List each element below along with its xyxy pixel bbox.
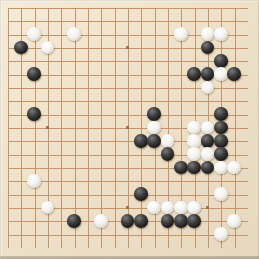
intersection-2-13[interactable]: [14, 161, 27, 174]
intersection-7-11[interactable]: [81, 134, 94, 147]
intersection-11-8[interactable]: [134, 94, 147, 107]
intersection-16-14[interactable]: [201, 174, 214, 187]
intersection-3-6[interactable]: [27, 67, 40, 80]
intersection-5-13[interactable]: [54, 161, 67, 174]
intersection-6-12[interactable]: [67, 147, 80, 160]
intersection-11-7[interactable]: [134, 81, 147, 94]
intersection-14-1[interactable]: [174, 1, 187, 14]
intersection-4-3[interactable]: [41, 27, 54, 40]
intersection-4-14[interactable]: [41, 174, 54, 187]
intersection-6-6[interactable]: [67, 67, 80, 80]
intersection-15-8[interactable]: [187, 94, 200, 107]
intersection-18-4[interactable]: [227, 41, 240, 54]
intersection-17-2[interactable]: [214, 14, 227, 27]
intersection-11-6[interactable]: [134, 67, 147, 80]
intersection-3-19[interactable]: [27, 241, 40, 254]
intersection-13-12[interactable]: [161, 147, 174, 160]
intersection-7-18[interactable]: [81, 227, 94, 240]
intersection-5-4[interactable]: [54, 41, 67, 54]
intersection-18-3[interactable]: [227, 27, 240, 40]
intersection-18-18[interactable]: [227, 227, 240, 240]
intersection-14-4[interactable]: [174, 41, 187, 54]
intersection-12-2[interactable]: [147, 14, 160, 27]
intersection-6-10[interactable]: [67, 121, 80, 134]
intersection-19-3[interactable]: [241, 27, 254, 40]
intersection-16-7[interactable]: [201, 81, 214, 94]
intersection-12-6[interactable]: [147, 67, 160, 80]
intersection-1-2[interactable]: [1, 14, 14, 27]
intersection-5-11[interactable]: [54, 134, 67, 147]
intersection-18-14[interactable]: [227, 174, 240, 187]
intersection-2-8[interactable]: [14, 94, 27, 107]
intersection-8-4[interactable]: [94, 41, 107, 54]
intersection-13-9[interactable]: [161, 107, 174, 120]
intersection-19-4[interactable]: [241, 41, 254, 54]
intersection-3-3[interactable]: [27, 27, 40, 40]
intersection-16-5[interactable]: [201, 54, 214, 67]
intersection-5-19[interactable]: [54, 241, 67, 254]
intersection-10-3[interactable]: [121, 27, 134, 40]
intersection-11-11[interactable]: [134, 134, 147, 147]
intersection-1-9[interactable]: [1, 107, 14, 120]
intersection-2-16[interactable]: [14, 201, 27, 214]
intersection-7-12[interactable]: [81, 147, 94, 160]
intersection-11-9[interactable]: [134, 107, 147, 120]
intersection-2-7[interactable]: [14, 81, 27, 94]
intersection-14-17[interactable]: [174, 214, 187, 227]
intersection-3-11[interactable]: [27, 134, 40, 147]
intersection-14-19[interactable]: [174, 241, 187, 254]
intersection-10-17[interactable]: [121, 214, 134, 227]
intersection-4-13[interactable]: [41, 161, 54, 174]
intersection-16-16[interactable]: [201, 201, 214, 214]
intersection-15-12[interactable]: [187, 147, 200, 160]
intersection-19-7[interactable]: [241, 81, 254, 94]
intersection-18-5[interactable]: [227, 54, 240, 67]
intersection-14-12[interactable]: [174, 147, 187, 160]
intersection-13-3[interactable]: [161, 27, 174, 40]
intersection-19-10[interactable]: [241, 121, 254, 134]
intersection-9-15[interactable]: [107, 187, 120, 200]
intersection-5-14[interactable]: [54, 174, 67, 187]
intersection-4-19[interactable]: [41, 241, 54, 254]
intersection-16-13[interactable]: [201, 161, 214, 174]
intersection-7-3[interactable]: [81, 27, 94, 40]
intersection-18-6[interactable]: [227, 67, 240, 80]
intersection-7-9[interactable]: [81, 107, 94, 120]
intersection-19-18[interactable]: [241, 227, 254, 240]
intersection-11-19[interactable]: [134, 241, 147, 254]
intersection-19-13[interactable]: [241, 161, 254, 174]
intersection-9-16[interactable]: [107, 201, 120, 214]
intersection-4-6[interactable]: [41, 67, 54, 80]
intersection-17-5[interactable]: [214, 54, 227, 67]
intersection-19-8[interactable]: [241, 94, 254, 107]
intersection-18-15[interactable]: [227, 187, 240, 200]
intersection-7-10[interactable]: [81, 121, 94, 134]
intersection-13-18[interactable]: [161, 227, 174, 240]
intersection-17-7[interactable]: [214, 81, 227, 94]
intersection-4-5[interactable]: [41, 54, 54, 67]
intersection-9-14[interactable]: [107, 174, 120, 187]
intersection-1-6[interactable]: [1, 67, 14, 80]
intersection-7-5[interactable]: [81, 54, 94, 67]
intersection-9-7[interactable]: [107, 81, 120, 94]
intersection-2-2[interactable]: [14, 14, 27, 27]
intersection-7-8[interactable]: [81, 94, 94, 107]
intersection-3-13[interactable]: [27, 161, 40, 174]
intersection-8-14[interactable]: [94, 174, 107, 187]
intersection-4-1[interactable]: [41, 1, 54, 14]
intersection-3-12[interactable]: [27, 147, 40, 160]
intersection-8-19[interactable]: [94, 241, 107, 254]
intersection-17-13[interactable]: [214, 161, 227, 174]
intersection-9-12[interactable]: [107, 147, 120, 160]
intersection-15-4[interactable]: [187, 41, 200, 54]
intersection-15-3[interactable]: [187, 27, 200, 40]
intersection-7-7[interactable]: [81, 81, 94, 94]
intersection-11-18[interactable]: [134, 227, 147, 240]
intersection-1-18[interactable]: [1, 227, 14, 240]
intersection-12-19[interactable]: [147, 241, 160, 254]
intersection-6-13[interactable]: [67, 161, 80, 174]
intersection-15-1[interactable]: [187, 1, 200, 14]
intersection-19-16[interactable]: [241, 201, 254, 214]
intersection-14-2[interactable]: [174, 14, 187, 27]
intersection-16-19[interactable]: [201, 241, 214, 254]
intersection-10-1[interactable]: [121, 1, 134, 14]
intersection-7-2[interactable]: [81, 14, 94, 27]
intersection-8-12[interactable]: [94, 147, 107, 160]
intersection-12-4[interactable]: [147, 41, 160, 54]
intersection-14-9[interactable]: [174, 107, 187, 120]
intersection-18-7[interactable]: [227, 81, 240, 94]
intersection-4-16[interactable]: [41, 201, 54, 214]
intersection-3-10[interactable]: [27, 121, 40, 134]
intersection-5-8[interactable]: [54, 94, 67, 107]
intersection-18-10[interactable]: [227, 121, 240, 134]
intersection-6-17[interactable]: [67, 214, 80, 227]
intersection-1-5[interactable]: [1, 54, 14, 67]
intersection-6-14[interactable]: [67, 174, 80, 187]
intersection-2-11[interactable]: [14, 134, 27, 147]
intersection-10-10[interactable]: [121, 121, 134, 134]
intersection-5-1[interactable]: [54, 1, 67, 14]
intersection-2-5[interactable]: [14, 54, 27, 67]
intersection-17-4[interactable]: [214, 41, 227, 54]
intersection-12-11[interactable]: [147, 134, 160, 147]
intersection-7-6[interactable]: [81, 67, 94, 80]
intersection-13-16[interactable]: [161, 201, 174, 214]
intersection-14-5[interactable]: [174, 54, 187, 67]
intersection-16-4[interactable]: [201, 41, 214, 54]
intersection-15-7[interactable]: [187, 81, 200, 94]
intersection-9-13[interactable]: [107, 161, 120, 174]
intersection-9-1[interactable]: [107, 1, 120, 14]
intersection-15-15[interactable]: [187, 187, 200, 200]
intersection-8-2[interactable]: [94, 14, 107, 27]
intersection-18-19[interactable]: [227, 241, 240, 254]
intersection-2-6[interactable]: [14, 67, 27, 80]
intersection-17-16[interactable]: [214, 201, 227, 214]
intersection-17-1[interactable]: [214, 1, 227, 14]
intersection-18-8[interactable]: [227, 94, 240, 107]
intersection-7-13[interactable]: [81, 161, 94, 174]
intersection-5-3[interactable]: [54, 27, 67, 40]
intersection-11-2[interactable]: [134, 14, 147, 27]
intersection-14-13[interactable]: [174, 161, 187, 174]
intersection-2-10[interactable]: [14, 121, 27, 134]
intersection-15-18[interactable]: [187, 227, 200, 240]
intersection-13-15[interactable]: [161, 187, 174, 200]
intersection-4-15[interactable]: [41, 187, 54, 200]
intersection-6-11[interactable]: [67, 134, 80, 147]
intersection-12-14[interactable]: [147, 174, 160, 187]
intersection-10-5[interactable]: [121, 54, 134, 67]
intersection-4-7[interactable]: [41, 81, 54, 94]
intersection-2-12[interactable]: [14, 147, 27, 160]
intersection-6-7[interactable]: [67, 81, 80, 94]
intersection-3-2[interactable]: [27, 14, 40, 27]
intersection-18-1[interactable]: [227, 1, 240, 14]
intersection-4-2[interactable]: [41, 14, 54, 27]
intersection-15-11[interactable]: [187, 134, 200, 147]
intersection-8-11[interactable]: [94, 134, 107, 147]
intersection-6-9[interactable]: [67, 107, 80, 120]
intersection-13-8[interactable]: [161, 94, 174, 107]
intersection-9-3[interactable]: [107, 27, 120, 40]
intersection-15-6[interactable]: [187, 67, 200, 80]
intersection-6-4[interactable]: [67, 41, 80, 54]
intersection-17-9[interactable]: [214, 107, 227, 120]
intersection-17-11[interactable]: [214, 134, 227, 147]
intersection-8-10[interactable]: [94, 121, 107, 134]
intersection-10-11[interactable]: [121, 134, 134, 147]
intersection-10-4[interactable]: [121, 41, 134, 54]
intersection-3-8[interactable]: [27, 94, 40, 107]
intersection-17-14[interactable]: [214, 174, 227, 187]
intersection-11-10[interactable]: [134, 121, 147, 134]
intersection-19-11[interactable]: [241, 134, 254, 147]
intersection-19-14[interactable]: [241, 174, 254, 187]
intersection-15-19[interactable]: [187, 241, 200, 254]
intersection-8-3[interactable]: [94, 27, 107, 40]
intersection-7-15[interactable]: [81, 187, 94, 200]
intersection-12-10[interactable]: [147, 121, 160, 134]
intersection-19-9[interactable]: [241, 107, 254, 120]
intersection-15-9[interactable]: [187, 107, 200, 120]
intersection-18-9[interactable]: [227, 107, 240, 120]
intersection-17-6[interactable]: [214, 67, 227, 80]
intersection-10-18[interactable]: [121, 227, 134, 240]
intersection-11-5[interactable]: [134, 54, 147, 67]
intersection-7-19[interactable]: [81, 241, 94, 254]
intersection-18-13[interactable]: [227, 161, 240, 174]
intersection-12-9[interactable]: [147, 107, 160, 120]
intersection-6-15[interactable]: [67, 187, 80, 200]
intersection-4-10[interactable]: [41, 121, 54, 134]
intersection-1-4[interactable]: [1, 41, 14, 54]
intersection-8-17[interactable]: [94, 214, 107, 227]
intersection-2-15[interactable]: [14, 187, 27, 200]
intersection-2-9[interactable]: [14, 107, 27, 120]
intersection-1-15[interactable]: [1, 187, 14, 200]
intersection-8-15[interactable]: [94, 187, 107, 200]
intersection-16-6[interactable]: [201, 67, 214, 80]
intersection-14-16[interactable]: [174, 201, 187, 214]
intersection-16-9[interactable]: [201, 107, 214, 120]
intersection-14-15[interactable]: [174, 187, 187, 200]
go-board[interactable]: [0, 0, 259, 259]
intersection-12-1[interactable]: [147, 1, 160, 14]
intersection-16-17[interactable]: [201, 214, 214, 227]
intersection-17-19[interactable]: [214, 241, 227, 254]
intersection-9-5[interactable]: [107, 54, 120, 67]
intersection-2-3[interactable]: [14, 27, 27, 40]
intersection-5-15[interactable]: [54, 187, 67, 200]
intersection-5-12[interactable]: [54, 147, 67, 160]
intersection-11-13[interactable]: [134, 161, 147, 174]
intersection-6-1[interactable]: [67, 1, 80, 14]
intersection-8-6[interactable]: [94, 67, 107, 80]
intersection-9-9[interactable]: [107, 107, 120, 120]
intersection-1-14[interactable]: [1, 174, 14, 187]
intersection-8-9[interactable]: [94, 107, 107, 120]
intersection-6-2[interactable]: [67, 14, 80, 27]
intersection-12-17[interactable]: [147, 214, 160, 227]
intersection-3-15[interactable]: [27, 187, 40, 200]
intersection-16-15[interactable]: [201, 187, 214, 200]
intersection-5-9[interactable]: [54, 107, 67, 120]
intersection-7-1[interactable]: [81, 1, 94, 14]
intersection-18-16[interactable]: [227, 201, 240, 214]
intersection-9-11[interactable]: [107, 134, 120, 147]
intersection-4-17[interactable]: [41, 214, 54, 227]
intersection-14-10[interactable]: [174, 121, 187, 134]
intersection-1-19[interactable]: [1, 241, 14, 254]
intersection-3-5[interactable]: [27, 54, 40, 67]
intersection-19-17[interactable]: [241, 214, 254, 227]
intersection-10-7[interactable]: [121, 81, 134, 94]
intersection-4-18[interactable]: [41, 227, 54, 240]
intersection-12-15[interactable]: [147, 187, 160, 200]
intersection-13-13[interactable]: [161, 161, 174, 174]
intersection-13-10[interactable]: [161, 121, 174, 134]
intersection-4-11[interactable]: [41, 134, 54, 147]
intersection-16-18[interactable]: [201, 227, 214, 240]
intersection-5-5[interactable]: [54, 54, 67, 67]
intersection-19-5[interactable]: [241, 54, 254, 67]
intersection-16-10[interactable]: [201, 121, 214, 134]
intersection-3-18[interactable]: [27, 227, 40, 240]
intersection-17-8[interactable]: [214, 94, 227, 107]
intersection-14-6[interactable]: [174, 67, 187, 80]
intersection-15-5[interactable]: [187, 54, 200, 67]
intersection-2-18[interactable]: [14, 227, 27, 240]
intersection-12-7[interactable]: [147, 81, 160, 94]
intersection-12-18[interactable]: [147, 227, 160, 240]
intersection-4-12[interactable]: [41, 147, 54, 160]
intersection-19-12[interactable]: [241, 147, 254, 160]
intersection-6-19[interactable]: [67, 241, 80, 254]
intersection-8-16[interactable]: [94, 201, 107, 214]
intersection-12-8[interactable]: [147, 94, 160, 107]
intersection-13-5[interactable]: [161, 54, 174, 67]
intersection-8-13[interactable]: [94, 161, 107, 174]
intersection-17-12[interactable]: [214, 147, 227, 160]
intersection-18-11[interactable]: [227, 134, 240, 147]
intersection-3-7[interactable]: [27, 81, 40, 94]
intersection-11-14[interactable]: [134, 174, 147, 187]
intersection-18-17[interactable]: [227, 214, 240, 227]
intersection-3-16[interactable]: [27, 201, 40, 214]
intersection-2-19[interactable]: [14, 241, 27, 254]
intersection-18-2[interactable]: [227, 14, 240, 27]
intersection-18-12[interactable]: [227, 147, 240, 160]
intersection-5-7[interactable]: [54, 81, 67, 94]
intersection-9-19[interactable]: [107, 241, 120, 254]
intersection-16-3[interactable]: [201, 27, 214, 40]
intersection-10-9[interactable]: [121, 107, 134, 120]
intersection-15-13[interactable]: [187, 161, 200, 174]
intersection-2-4[interactable]: [14, 41, 27, 54]
intersection-19-1[interactable]: [241, 1, 254, 14]
intersection-5-6[interactable]: [54, 67, 67, 80]
intersection-14-7[interactable]: [174, 81, 187, 94]
intersection-19-19[interactable]: [241, 241, 254, 254]
intersection-19-2[interactable]: [241, 14, 254, 27]
intersection-5-17[interactable]: [54, 214, 67, 227]
intersection-6-5[interactable]: [67, 54, 80, 67]
intersection-13-2[interactable]: [161, 14, 174, 27]
intersection-17-15[interactable]: [214, 187, 227, 200]
intersection-3-9[interactable]: [27, 107, 40, 120]
intersection-11-12[interactable]: [134, 147, 147, 160]
intersection-7-17[interactable]: [81, 214, 94, 227]
intersection-16-2[interactable]: [201, 14, 214, 27]
intersection-1-10[interactable]: [1, 121, 14, 134]
intersection-2-17[interactable]: [14, 214, 27, 227]
intersection-7-16[interactable]: [81, 201, 94, 214]
intersection-17-17[interactable]: [214, 214, 227, 227]
intersection-8-7[interactable]: [94, 81, 107, 94]
intersection-5-16[interactable]: [54, 201, 67, 214]
intersection-8-8[interactable]: [94, 94, 107, 107]
intersection-16-8[interactable]: [201, 94, 214, 107]
intersection-1-11[interactable]: [1, 134, 14, 147]
intersection-11-1[interactable]: [134, 1, 147, 14]
intersection-13-6[interactable]: [161, 67, 174, 80]
intersection-4-8[interactable]: [41, 94, 54, 107]
intersection-1-13[interactable]: [1, 161, 14, 174]
intersection-10-14[interactable]: [121, 174, 134, 187]
intersection-3-4[interactable]: [27, 41, 40, 54]
intersection-9-18[interactable]: [107, 227, 120, 240]
intersection-10-8[interactable]: [121, 94, 134, 107]
intersection-12-13[interactable]: [147, 161, 160, 174]
intersection-9-6[interactable]: [107, 67, 120, 80]
intersection-4-9[interactable]: [41, 107, 54, 120]
intersection-1-12[interactable]: [1, 147, 14, 160]
intersection-15-17[interactable]: [187, 214, 200, 227]
intersection-10-6[interactable]: [121, 67, 134, 80]
intersection-1-1[interactable]: [1, 1, 14, 14]
intersection-15-14[interactable]: [187, 174, 200, 187]
intersection-13-19[interactable]: [161, 241, 174, 254]
intersection-6-8[interactable]: [67, 94, 80, 107]
intersection-11-16[interactable]: [134, 201, 147, 214]
intersection-7-4[interactable]: [81, 41, 94, 54]
